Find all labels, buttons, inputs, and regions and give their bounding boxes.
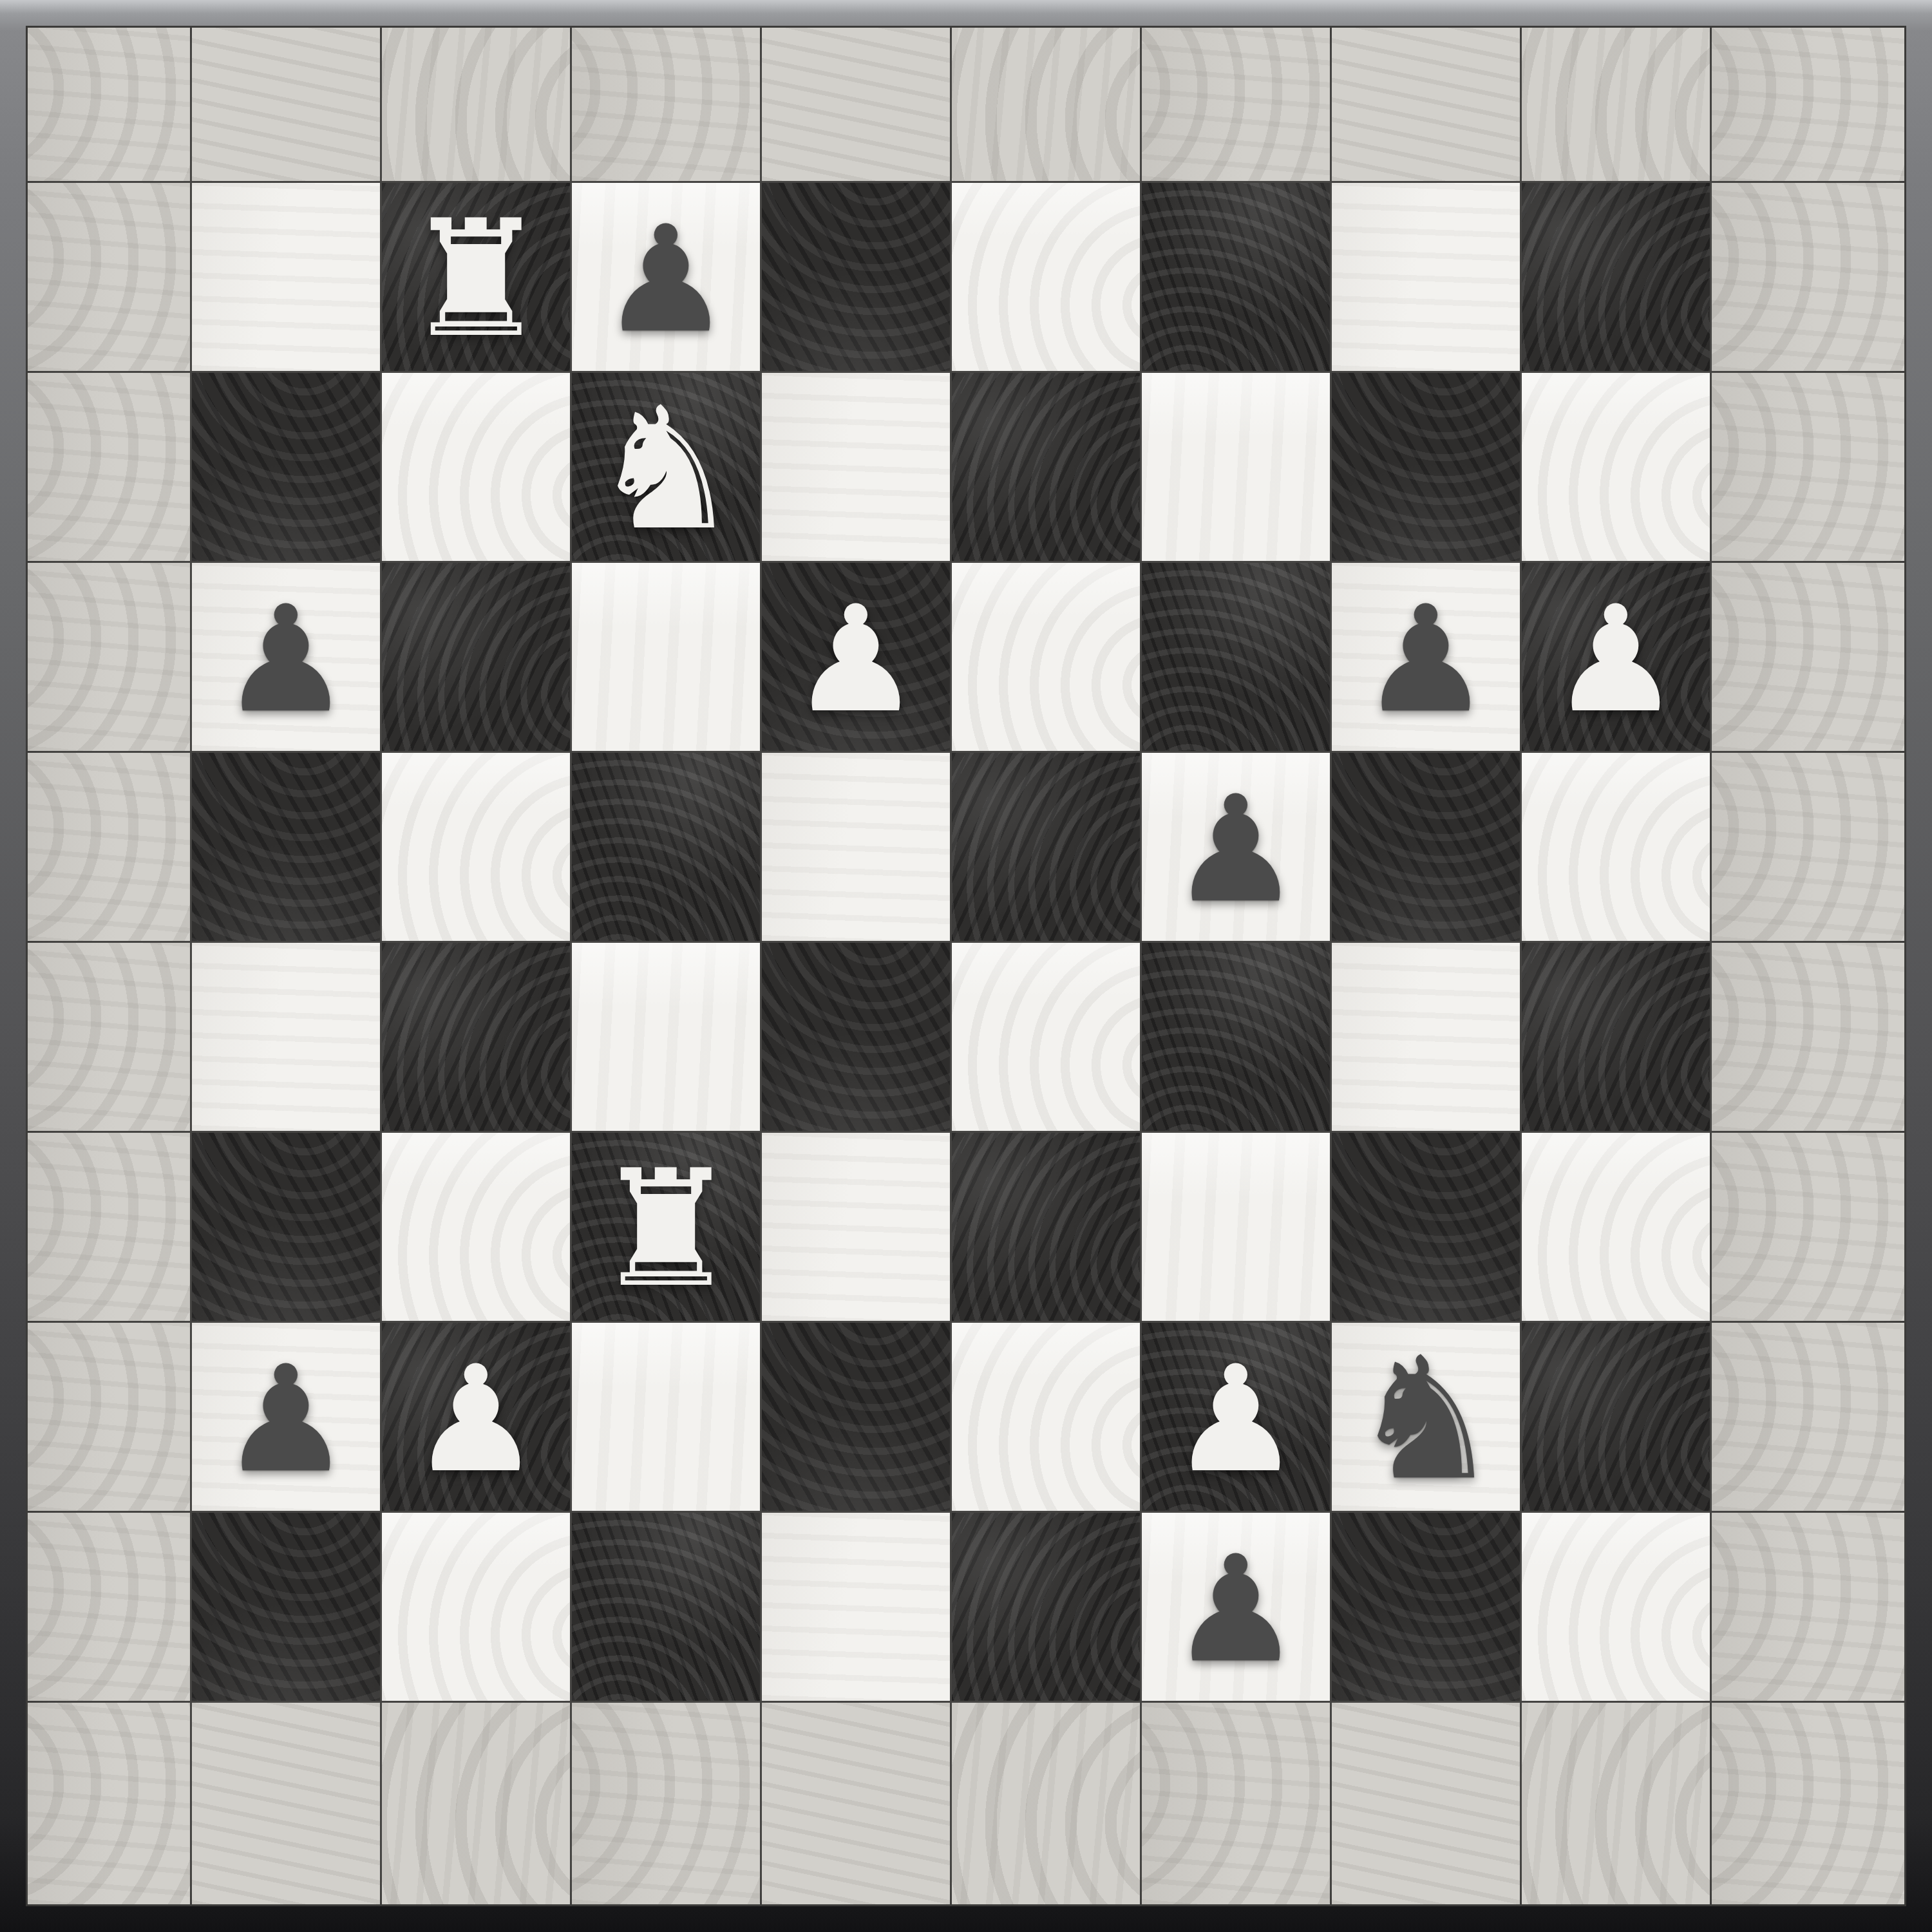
square-f2: ♟ [1142, 1323, 1330, 1511]
square-a7 [192, 373, 380, 561]
wood-margin-cell [952, 1703, 1140, 1904]
square-e8 [952, 183, 1140, 371]
square-b8: ♜ [382, 183, 570, 371]
square-g2: ♞ [1332, 1323, 1520, 1511]
square-b4 [382, 943, 570, 1131]
wood-margin-cell [1712, 1323, 1904, 1511]
square-h5 [1522, 753, 1710, 941]
square-g5 [1332, 753, 1520, 941]
square-b6 [382, 563, 570, 751]
wood-margin-cell [28, 28, 190, 181]
white-pawn-f2: ♟ [1142, 1325, 1330, 1513]
square-d2 [762, 1323, 950, 1511]
square-e1 [952, 1513, 1140, 1701]
wood-margin-cell [1712, 943, 1904, 1131]
black-pawn-c8: ♟ [572, 185, 760, 374]
wood-margin-cell [28, 943, 190, 1131]
square-a1 [192, 1513, 380, 1701]
square-a5 [192, 753, 380, 941]
square-c6 [572, 563, 760, 751]
wood-margin-cell [1712, 28, 1904, 181]
wood-margin-cell [1522, 28, 1710, 181]
square-h8 [1522, 183, 1710, 371]
square-e6 [952, 563, 1140, 751]
square-f8 [1142, 183, 1330, 371]
square-g1 [1332, 1513, 1520, 1701]
wood-margin-cell [572, 1703, 760, 1904]
square-h3 [1522, 1133, 1710, 1321]
square-d1 [762, 1513, 950, 1701]
square-a2: ♟ [192, 1323, 380, 1511]
black-pawn-f1: ♟ [1142, 1515, 1330, 1703]
square-h1 [1522, 1513, 1710, 1701]
square-a8 [192, 183, 380, 371]
square-c3: ♜ [572, 1133, 760, 1321]
square-g3 [1332, 1133, 1520, 1321]
white-pawn-h6: ♟ [1522, 565, 1710, 753]
square-d7 [762, 373, 950, 561]
white-rook-c3: ♜ [572, 1135, 760, 1323]
square-c5 [572, 753, 760, 941]
wood-margin-cell [1712, 1133, 1904, 1321]
square-g4 [1332, 943, 1520, 1131]
wood-margin-cell [572, 28, 760, 181]
wood-margin-cell [1332, 1703, 1520, 1904]
square-d3 [762, 1133, 950, 1321]
wood-margin-cell [952, 28, 1140, 181]
wood-margin-cell [28, 1133, 190, 1321]
black-pawn-g6: ♟ [1332, 565, 1520, 753]
square-f3 [1142, 1133, 1330, 1321]
square-f4 [1142, 943, 1330, 1131]
square-a3 [192, 1133, 380, 1321]
square-b7 [382, 373, 570, 561]
wood-margin-cell [1712, 373, 1904, 561]
wood-margin-cell [1712, 563, 1904, 751]
square-h2 [1522, 1323, 1710, 1511]
square-d5 [762, 753, 950, 941]
square-e5 [952, 753, 1140, 941]
square-c4 [572, 943, 760, 1131]
black-knight-g2: ♞ [1332, 1325, 1520, 1513]
wood-margin-cell [28, 373, 190, 561]
square-f5: ♟ [1142, 753, 1330, 941]
chess-board: ♜♟♞♟♟♟♟♟♜♟♟♟♞♟ [26, 26, 1906, 1906]
wood-margin-cell [1712, 1513, 1904, 1701]
black-pawn-f5: ♟ [1142, 755, 1330, 943]
square-e2 [952, 1323, 1140, 1511]
chessboard-photo: ♜♟♞♟♟♟♟♟♜♟♟♟♞♟ [0, 0, 1932, 1932]
white-knight-c7: ♞ [572, 375, 760, 563]
wood-margin-cell [28, 1323, 190, 1511]
wood-margin-cell [762, 28, 950, 181]
square-h7 [1522, 373, 1710, 561]
square-g6: ♟ [1332, 563, 1520, 751]
square-e3 [952, 1133, 1140, 1321]
square-a6: ♟ [192, 563, 380, 751]
square-e4 [952, 943, 1140, 1131]
square-g7 [1332, 373, 1520, 561]
black-pawn-a6: ♟ [192, 565, 380, 753]
square-h4 [1522, 943, 1710, 1131]
wood-margin-cell [28, 1513, 190, 1701]
square-d4 [762, 943, 950, 1131]
square-c7: ♞ [572, 373, 760, 561]
wood-margin-cell [28, 563, 190, 751]
black-pawn-a2: ♟ [192, 1325, 380, 1513]
square-d8 [762, 183, 950, 371]
square-f7 [1142, 373, 1330, 561]
wood-margin-cell [382, 28, 570, 181]
wood-margin-cell [382, 1703, 570, 1904]
square-f1: ♟ [1142, 1513, 1330, 1701]
wood-margin-cell [28, 1703, 190, 1904]
white-pawn-d6: ♟ [762, 565, 950, 753]
wood-margin-cell [1522, 1703, 1710, 1904]
square-b1 [382, 1513, 570, 1701]
wood-margin-cell [28, 183, 190, 371]
square-c8: ♟ [572, 183, 760, 371]
wood-margin-cell [192, 1703, 380, 1904]
square-d6: ♟ [762, 563, 950, 751]
wood-margin-cell [1712, 1703, 1904, 1904]
square-e7 [952, 373, 1140, 561]
wood-margin-cell [1142, 28, 1330, 181]
square-a4 [192, 943, 380, 1131]
square-c1 [572, 1513, 760, 1701]
square-g8 [1332, 183, 1520, 371]
wood-margin-cell [192, 28, 380, 181]
wood-margin-cell [28, 753, 190, 941]
square-b3 [382, 1133, 570, 1321]
square-b5 [382, 753, 570, 941]
white-rook-b8: ♜ [382, 185, 570, 374]
wood-margin-cell [1712, 183, 1904, 371]
square-b2: ♟ [382, 1323, 570, 1511]
wood-margin-cell [1142, 1703, 1330, 1904]
square-h6: ♟ [1522, 563, 1710, 751]
square-c2 [572, 1323, 760, 1511]
wood-margin-cell [762, 1703, 950, 1904]
wood-margin-cell [1712, 753, 1904, 941]
square-f6 [1142, 563, 1330, 751]
wood-margin-cell [1332, 28, 1520, 181]
white-pawn-b2: ♟ [382, 1325, 570, 1513]
